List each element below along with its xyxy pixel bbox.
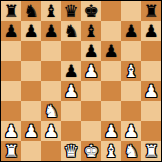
- square-b8[interactable]: ♞: [21, 1, 41, 21]
- black-queen-piece: ♛: [63, 1, 78, 21]
- white-pawn-piece: ♟: [23, 121, 38, 141]
- square-g8[interactable]: [121, 1, 141, 21]
- square-e6[interactable]: ♟: [81, 41, 101, 61]
- square-f6[interactable]: ♟: [101, 41, 121, 61]
- square-h5[interactable]: [141, 61, 161, 81]
- square-a6[interactable]: [1, 41, 21, 61]
- square-e3[interactable]: [81, 101, 101, 121]
- square-e1[interactable]: ♚: [81, 141, 101, 161]
- square-e7[interactable]: ♝: [81, 21, 101, 41]
- white-queen-piece: ♛: [63, 141, 78, 161]
- square-d1[interactable]: ♛: [61, 141, 81, 161]
- square-c1[interactable]: [41, 141, 61, 161]
- square-c5[interactable]: [41, 61, 61, 81]
- white-knight-piece: ♞: [43, 101, 58, 121]
- square-b6[interactable]: [21, 41, 41, 61]
- square-c7[interactable]: ♟: [41, 21, 61, 41]
- square-b1[interactable]: [21, 141, 41, 161]
- chess-board: ♜♞♝♛♚♜♟♟♟♞♝♟♟♟♟♟♟♝♟♟♞♟♟♟♟♟♜♛♚♝♞♜: [0, 0, 162, 162]
- square-f4[interactable]: [101, 81, 121, 101]
- black-pawn-piece: ♟: [43, 21, 58, 41]
- square-c4[interactable]: [41, 81, 61, 101]
- square-c8[interactable]: ♝: [41, 1, 61, 21]
- black-pawn-piece: ♟: [3, 21, 18, 41]
- square-c3[interactable]: ♞: [41, 101, 61, 121]
- square-g6[interactable]: [121, 41, 141, 61]
- square-a7[interactable]: ♟: [1, 21, 21, 41]
- square-b2[interactable]: ♟: [21, 121, 41, 141]
- black-bishop-piece: ♝: [83, 21, 98, 41]
- square-f7[interactable]: [101, 21, 121, 41]
- square-f1[interactable]: ♝: [101, 141, 121, 161]
- square-g3[interactable]: [121, 101, 141, 121]
- square-a8[interactable]: ♜: [1, 1, 21, 21]
- white-pawn-piece: ♟: [63, 81, 78, 101]
- black-pawn-piece: ♟: [143, 21, 158, 41]
- square-h6[interactable]: [141, 41, 161, 61]
- black-pawn-piece: ♟: [103, 41, 118, 61]
- white-knight-piece: ♞: [123, 141, 138, 161]
- square-g4[interactable]: [121, 81, 141, 101]
- white-rook-piece: ♜: [3, 141, 18, 161]
- square-a5[interactable]: [1, 61, 21, 81]
- square-d4[interactable]: ♟: [61, 81, 81, 101]
- square-g5[interactable]: ♝: [121, 61, 141, 81]
- black-rook-piece: ♜: [143, 1, 158, 21]
- square-h1[interactable]: ♜: [141, 141, 161, 161]
- black-pawn-piece: ♟: [123, 21, 138, 41]
- white-pawn-piece: ♟: [3, 121, 18, 141]
- white-pawn-piece: ♟: [103, 121, 118, 141]
- white-pawn-piece: ♟: [143, 81, 158, 101]
- square-a3[interactable]: [1, 101, 21, 121]
- square-h4[interactable]: ♟: [141, 81, 161, 101]
- square-b7[interactable]: ♟: [21, 21, 41, 41]
- square-d2[interactable]: [61, 121, 81, 141]
- square-d3[interactable]: [61, 101, 81, 121]
- square-c6[interactable]: [41, 41, 61, 61]
- square-g7[interactable]: ♟: [121, 21, 141, 41]
- square-b4[interactable]: [21, 81, 41, 101]
- square-f3[interactable]: [101, 101, 121, 121]
- white-bishop-piece: ♝: [103, 141, 118, 161]
- square-e4[interactable]: [81, 81, 101, 101]
- square-a1[interactable]: ♜: [1, 141, 21, 161]
- square-e8[interactable]: ♚: [81, 1, 101, 21]
- white-king-piece: ♚: [83, 141, 98, 161]
- white-pawn-piece: ♟: [43, 121, 58, 141]
- square-c2[interactable]: ♟: [41, 121, 61, 141]
- square-g1[interactable]: ♞: [121, 141, 141, 161]
- square-h3[interactable]: [141, 101, 161, 121]
- white-rook-piece: ♜: [143, 141, 158, 161]
- square-g2[interactable]: ♟: [121, 121, 141, 141]
- square-h8[interactable]: ♜: [141, 1, 161, 21]
- square-h7[interactable]: ♟: [141, 21, 161, 41]
- square-d5[interactable]: ♟: [61, 61, 81, 81]
- square-e2[interactable]: [81, 121, 101, 141]
- square-d6[interactable]: [61, 41, 81, 61]
- black-pawn-piece: ♟: [23, 21, 38, 41]
- black-pawn-piece: ♟: [83, 41, 98, 61]
- square-f5[interactable]: [101, 61, 121, 81]
- square-b3[interactable]: [21, 101, 41, 121]
- white-pawn-piece: ♟: [123, 121, 138, 141]
- square-f8[interactable]: [101, 1, 121, 21]
- square-b5[interactable]: [21, 61, 41, 81]
- white-pawn-piece: ♟: [83, 61, 98, 81]
- square-h2[interactable]: [141, 121, 161, 141]
- white-bishop-piece: ♝: [123, 61, 138, 81]
- square-a2[interactable]: ♟: [1, 121, 21, 141]
- square-d8[interactable]: ♛: [61, 1, 81, 21]
- black-bishop-piece: ♝: [43, 1, 58, 21]
- square-f2[interactable]: ♟: [101, 121, 121, 141]
- black-king-piece: ♚: [83, 1, 98, 21]
- square-a4[interactable]: [1, 81, 21, 101]
- square-d7[interactable]: ♞: [61, 21, 81, 41]
- black-rook-piece: ♜: [3, 1, 18, 21]
- black-knight-piece: ♞: [63, 21, 78, 41]
- black-pawn-piece: ♟: [63, 61, 78, 81]
- square-e5[interactable]: ♟: [81, 61, 101, 81]
- black-knight-piece: ♞: [23, 1, 38, 21]
